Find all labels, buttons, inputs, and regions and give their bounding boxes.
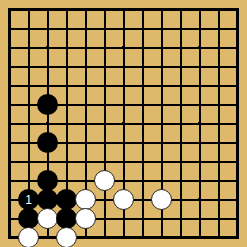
- board-cell-8-12[interactable]: [133, 209, 152, 228]
- board-cell-13-4[interactable]: [228, 57, 247, 76]
- board-cell-9-1[interactable]: [152, 0, 171, 19]
- board-cell-13-6[interactable]: [228, 95, 247, 114]
- board-cell-8-4[interactable]: [133, 57, 152, 76]
- board-cell-7-9[interactable]: [114, 152, 133, 171]
- move-number-label: 1: [25, 194, 32, 206]
- board-cell-8-9[interactable]: [133, 152, 152, 171]
- board-cell-11-2[interactable]: [190, 19, 209, 38]
- board-cell-6-3[interactable]: [95, 38, 114, 57]
- white-stone-3-12: [37, 208, 58, 229]
- board-cell-1-3[interactable]: [0, 38, 19, 57]
- board-cell-13-10[interactable]: [228, 171, 247, 190]
- board-cell-4-10[interactable]: [57, 171, 76, 190]
- board-cell-3-9[interactable]: [38, 152, 57, 171]
- board-cell-9-9[interactable]: [152, 152, 171, 171]
- white-stone-2-13: [18, 227, 39, 247]
- board-cell-12-10[interactable]: [209, 171, 228, 190]
- board-cell-1-8[interactable]: [0, 133, 19, 152]
- board-cell-12-12[interactable]: [209, 209, 228, 228]
- black-stone-2-12: [18, 208, 39, 229]
- board-cell-10-2[interactable]: [171, 19, 190, 38]
- black-stone-2-11: 1: [18, 189, 39, 210]
- board-cell-11-8[interactable]: [190, 133, 209, 152]
- board-cell-9-8[interactable]: [152, 133, 171, 152]
- board-cell-3-5[interactable]: [38, 76, 57, 95]
- white-stone-9-11: [151, 189, 172, 210]
- board-cell-2-3[interactable]: [19, 38, 38, 57]
- board-cell-12-7[interactable]: [209, 114, 228, 133]
- board-cell-7-6[interactable]: [114, 95, 133, 114]
- board-cell-10-9[interactable]: [171, 152, 190, 171]
- board-cell-9-6[interactable]: [152, 95, 171, 114]
- board-cell-11-5[interactable]: [190, 76, 209, 95]
- board-cell-13-13[interactable]: [228, 228, 247, 247]
- board-cell-8-6[interactable]: [133, 95, 152, 114]
- board-cell-1-12[interactable]: [0, 209, 19, 228]
- board-cell-1-6[interactable]: [0, 95, 19, 114]
- board-cell-2-5[interactable]: [19, 76, 38, 95]
- board-cell-6-13[interactable]: [95, 228, 114, 247]
- board-cell-11-1[interactable]: [190, 0, 209, 19]
- board-cell-13-12[interactable]: [228, 209, 247, 228]
- board-cell-1-1[interactable]: [0, 0, 19, 19]
- board-cell-1-4[interactable]: [0, 57, 19, 76]
- board-cell-10-6[interactable]: [171, 95, 190, 114]
- board-cell-7-2[interactable]: [114, 19, 133, 38]
- board-cell-6-8[interactable]: [95, 133, 114, 152]
- board-cell-1-2[interactable]: [0, 19, 19, 38]
- board-cell-6-11[interactable]: [95, 190, 114, 209]
- board-cell-12-8[interactable]: [209, 133, 228, 152]
- board-cell-7-12[interactable]: [114, 209, 133, 228]
- board-cell-7-13[interactable]: [114, 228, 133, 247]
- board-cell-13-9[interactable]: [228, 152, 247, 171]
- board-cell-9-2[interactable]: [152, 19, 171, 38]
- board-cell-12-13[interactable]: [209, 228, 228, 247]
- board-cell-11-10[interactable]: [190, 171, 209, 190]
- board-cell-12-4[interactable]: [209, 57, 228, 76]
- board-cell-1-10[interactable]: [0, 171, 19, 190]
- board-cell-2-9[interactable]: [19, 152, 38, 171]
- board-cell-12-1[interactable]: [209, 0, 228, 19]
- board-cell-2-10[interactable]: [19, 171, 38, 190]
- white-stone-7-11: [113, 189, 134, 210]
- board-cell-12-11[interactable]: [209, 190, 228, 209]
- board-cell-3-13[interactable]: [38, 228, 57, 247]
- board-cell-5-4[interactable]: [76, 57, 95, 76]
- board-cell-4-9[interactable]: [57, 152, 76, 171]
- board-cell-12-2[interactable]: [209, 19, 228, 38]
- board-cell-9-5[interactable]: [152, 76, 171, 95]
- white-stone-6-10: [94, 170, 115, 191]
- star-point: [198, 46, 201, 49]
- board-cell-3-2[interactable]: [38, 19, 57, 38]
- board-cell-12-6[interactable]: [209, 95, 228, 114]
- board-cell-5-9[interactable]: [76, 152, 95, 171]
- board-cell-4-5[interactable]: [57, 76, 76, 95]
- board-cell-9-13[interactable]: [152, 228, 171, 247]
- star-point: [46, 46, 49, 49]
- board-cell-9-7[interactable]: [152, 114, 171, 133]
- board-cell-2-2[interactable]: [19, 19, 38, 38]
- board-cell-4-6[interactable]: [57, 95, 76, 114]
- board-cell-1-13[interactable]: [0, 228, 19, 247]
- board-cell-10-5[interactable]: [171, 76, 190, 95]
- board-cell-4-1[interactable]: [57, 0, 76, 19]
- board-cell-8-5[interactable]: [133, 76, 152, 95]
- black-stone-4-11: [56, 189, 77, 210]
- board-cell-5-10[interactable]: [76, 171, 95, 190]
- board-cell-2-8[interactable]: [19, 133, 38, 152]
- board-cell-8-7[interactable]: [133, 114, 152, 133]
- board-cell-10-8[interactable]: [171, 133, 190, 152]
- board-cell-9-3[interactable]: [152, 38, 171, 57]
- board-cell-12-9[interactable]: [209, 152, 228, 171]
- board-cell-10-12[interactable]: [171, 209, 190, 228]
- board-cell-7-8[interactable]: [114, 133, 133, 152]
- black-stone-3-11: [37, 189, 58, 210]
- board-cell-11-12[interactable]: [190, 209, 209, 228]
- board-cell-2-4[interactable]: [19, 57, 38, 76]
- board-cell-5-8[interactable]: [76, 133, 95, 152]
- star-point: [198, 198, 201, 201]
- board-cell-13-11[interactable]: [228, 190, 247, 209]
- black-stone-3-8: [37, 132, 58, 153]
- board-cell-11-6[interactable]: [190, 95, 209, 114]
- board-cell-8-11[interactable]: [133, 190, 152, 209]
- board-cell-10-4[interactable]: [171, 57, 190, 76]
- black-stone-3-6: [37, 94, 58, 115]
- board-cell-6-6[interactable]: [95, 95, 114, 114]
- board-cell-12-5[interactable]: [209, 76, 228, 95]
- board-cell-10-1[interactable]: [171, 0, 190, 19]
- board-cell-11-13[interactable]: [190, 228, 209, 247]
- board-cell-12-3[interactable]: [209, 38, 228, 57]
- board-cell-13-2[interactable]: [228, 19, 247, 38]
- board-cell-13-3[interactable]: [228, 38, 247, 57]
- board-cell-7-5[interactable]: [114, 76, 133, 95]
- board-cell-6-2[interactable]: [95, 19, 114, 38]
- board-cell-2-7[interactable]: [19, 114, 38, 133]
- board-cell-6-4[interactable]: [95, 57, 114, 76]
- star-point: [122, 46, 125, 49]
- star-point: [198, 122, 201, 125]
- board-cell-8-1[interactable]: [133, 0, 152, 19]
- board-cell-4-8[interactable]: [57, 133, 76, 152]
- board-cell-3-4[interactable]: [38, 57, 57, 76]
- go-board: 1: [0, 0, 247, 247]
- black-stone-4-12: [56, 208, 77, 229]
- board-cell-8-13[interactable]: [133, 228, 152, 247]
- board-cell-6-1[interactable]: [95, 0, 114, 19]
- board-cell-7-10[interactable]: [114, 171, 133, 190]
- board-cell-7-1[interactable]: [114, 0, 133, 19]
- board-cell-8-10[interactable]: [133, 171, 152, 190]
- board-cell-10-11[interactable]: [171, 190, 190, 209]
- board-cell-8-2[interactable]: [133, 19, 152, 38]
- board-cell-10-7[interactable]: [171, 114, 190, 133]
- board-cell-10-10[interactable]: [171, 171, 190, 190]
- board-cell-13-1[interactable]: [228, 0, 247, 19]
- board-cell-9-4[interactable]: [152, 57, 171, 76]
- board-cell-5-6[interactable]: [76, 95, 95, 114]
- black-stone-3-10: [37, 170, 58, 191]
- board-cell-13-7[interactable]: [228, 114, 247, 133]
- board-cell-4-2[interactable]: [57, 19, 76, 38]
- board-cell-9-10[interactable]: [152, 171, 171, 190]
- board-cell-9-12[interactable]: [152, 209, 171, 228]
- white-stone-4-13: [56, 227, 77, 247]
- board-cell-1-11[interactable]: [0, 190, 19, 209]
- board-cell-4-7[interactable]: [57, 114, 76, 133]
- board-cell-6-5[interactable]: [95, 76, 114, 95]
- board-cell-6-7[interactable]: [95, 114, 114, 133]
- board-cell-11-9[interactable]: [190, 152, 209, 171]
- board-cell-4-4[interactable]: [57, 57, 76, 76]
- board-cell-10-13[interactable]: [171, 228, 190, 247]
- board-cell-4-3[interactable]: [57, 38, 76, 57]
- white-stone-5-11: [75, 189, 96, 210]
- board-cell-1-7[interactable]: [0, 114, 19, 133]
- board-cell-1-9[interactable]: [0, 152, 19, 171]
- board-cell-2-6[interactable]: [19, 95, 38, 114]
- star-point: [122, 122, 125, 125]
- board-cell-6-9[interactable]: [95, 152, 114, 171]
- board-cell-2-1[interactable]: [19, 0, 38, 19]
- board-cell-5-2[interactable]: [76, 19, 95, 38]
- board-cell-8-8[interactable]: [133, 133, 152, 152]
- star-point: [46, 122, 49, 125]
- board-cell-1-5[interactable]: [0, 76, 19, 95]
- board-cell-13-8[interactable]: [228, 133, 247, 152]
- board-cell-10-3[interactable]: [171, 38, 190, 57]
- board-cell-6-12[interactable]: [95, 209, 114, 228]
- board-cell-11-4[interactable]: [190, 57, 209, 76]
- board-cell-5-1[interactable]: [76, 0, 95, 19]
- board-cell-5-3[interactable]: [76, 38, 95, 57]
- board-cell-5-5[interactable]: [76, 76, 95, 95]
- board-cell-5-7[interactable]: [76, 114, 95, 133]
- board-cell-5-13[interactable]: [76, 228, 95, 247]
- board-cell-7-4[interactable]: [114, 57, 133, 76]
- board-cell-13-5[interactable]: [228, 76, 247, 95]
- board-cell-8-3[interactable]: [133, 38, 152, 57]
- board-cell-3-1[interactable]: [38, 0, 57, 19]
- white-stone-5-12: [75, 208, 96, 229]
